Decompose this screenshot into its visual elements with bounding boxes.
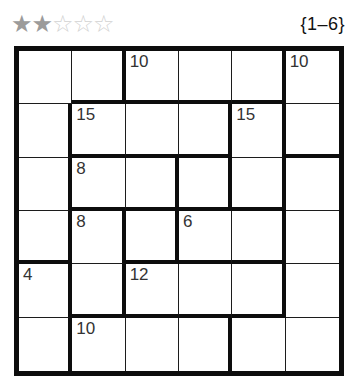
header: ★★☆☆☆ {1–6} (0, 0, 358, 46)
cell-r3c2[interactable]: 8 (72, 158, 125, 211)
digit-range-label: {1–6} (300, 14, 345, 35)
cell-r2c1[interactable] (19, 104, 72, 157)
cell-r1c6[interactable]: 10 (286, 51, 339, 104)
cell-r6c6[interactable] (286, 318, 339, 371)
cell-r5c5[interactable] (232, 264, 285, 317)
cell-r1c4[interactable] (179, 51, 232, 104)
star-empty-icon: ☆ (52, 12, 73, 36)
cage-sum-clue: 6 (183, 212, 192, 232)
cell-r4c4[interactable]: 6 (179, 211, 232, 264)
cell-r6c2[interactable]: 10 (72, 318, 125, 371)
cell-r2c5[interactable]: 15 (232, 104, 285, 157)
cell-r3c6[interactable] (286, 158, 339, 211)
star-filled-icon: ★ (32, 12, 53, 36)
cell-r5c4[interactable] (179, 264, 232, 317)
cell-r2c3[interactable] (126, 104, 179, 157)
cage-sum-clue: 10 (290, 52, 309, 72)
cell-r2c2[interactable]: 15 (72, 104, 125, 157)
cell-r1c5[interactable] (232, 51, 285, 104)
cell-r5c3[interactable]: 12 (126, 264, 179, 317)
cell-r3c1[interactable] (19, 158, 72, 211)
cage-sum-clue: 4 (23, 265, 32, 285)
cell-r3c3[interactable] (126, 158, 179, 211)
puzzle-page: ★★☆☆☆ {1–6} 1010151588641210 (0, 0, 358, 387)
cell-r4c6[interactable] (286, 211, 339, 264)
cage-sum-clue: 12 (130, 265, 149, 285)
star-empty-icon: ☆ (93, 12, 114, 36)
cell-r4c1[interactable] (19, 211, 72, 264)
cell-r2c4[interactable] (179, 104, 232, 157)
cell-r4c3[interactable] (126, 211, 179, 264)
cell-r1c1[interactable] (19, 51, 72, 104)
cage-sum-clue: 8 (76, 159, 85, 179)
cell-r3c4[interactable] (179, 158, 232, 211)
star-empty-icon: ☆ (73, 12, 94, 36)
cage-sum-clue: 8 (76, 212, 85, 232)
cell-r1c3[interactable]: 10 (126, 51, 179, 104)
cell-r5c2[interactable] (72, 264, 125, 317)
cell-r6c3[interactable] (126, 318, 179, 371)
cell-r5c1[interactable]: 4 (19, 264, 72, 317)
difficulty-rating: ★★☆☆☆ (11, 12, 114, 36)
cage-sum-clue: 15 (76, 105, 95, 125)
cell-r2c6[interactable] (286, 104, 339, 157)
cage-sum-clue: 15 (236, 105, 255, 125)
cell-r6c5[interactable] (232, 318, 285, 371)
puzzle-board: 1010151588641210 (14, 46, 344, 376)
cell-r5c6[interactable] (286, 264, 339, 317)
cell-r4c2[interactable]: 8 (72, 211, 125, 264)
cell-r4c5[interactable] (232, 211, 285, 264)
cage-sum-clue: 10 (76, 319, 95, 339)
cell-r3c5[interactable] (232, 158, 285, 211)
cell-r1c2[interactable] (72, 51, 125, 104)
cell-r6c4[interactable] (179, 318, 232, 371)
star-filled-icon: ★ (11, 12, 32, 36)
cage-sum-clue: 10 (130, 52, 149, 72)
cell-r6c1[interactable] (19, 318, 72, 371)
